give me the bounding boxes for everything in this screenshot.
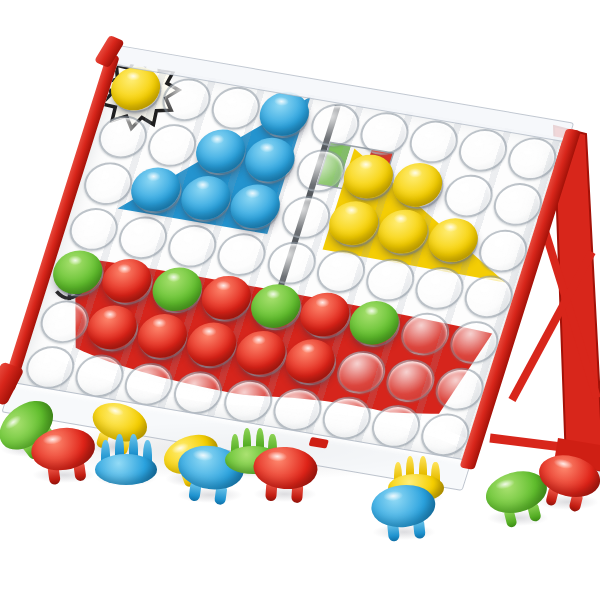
loose-pegs-area — [0, 0, 600, 600]
loose-peg-red[interactable] — [251, 444, 319, 503]
peg-dome — [252, 444, 319, 490]
loose-peg-blue[interactable] — [369, 481, 438, 542]
peg-dome — [535, 449, 600, 503]
product-photo-scene — [0, 0, 600, 600]
peg-dome — [369, 481, 437, 529]
peg-base — [95, 454, 157, 485]
loose-peg-blue[interactable] — [95, 432, 157, 485]
